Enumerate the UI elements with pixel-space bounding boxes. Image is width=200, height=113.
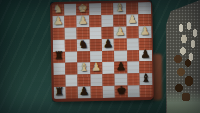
square-f6[interactable]: ♟ <box>114 26 127 38</box>
piece-light-P-d3[interactable]: ♟ <box>90 62 103 74</box>
square-e4[interactable] <box>102 50 115 62</box>
square-b8[interactable] <box>64 3 77 15</box>
piece-light-B-f8[interactable]: ♝ <box>113 2 126 14</box>
square-b1[interactable] <box>66 87 79 99</box>
square-b2[interactable] <box>65 75 78 87</box>
square-e3[interactable] <box>102 62 115 74</box>
piece-dark-P-c1[interactable]: ♟ <box>78 86 91 98</box>
square-c1[interactable]: ♟ <box>78 86 91 98</box>
piece-dark-B-h2[interactable]: ♝ <box>140 73 153 85</box>
square-a6[interactable] <box>52 27 65 39</box>
square-d2[interactable] <box>90 74 103 86</box>
piece-light-P-f6[interactable]: ♟ <box>114 26 127 38</box>
square-d7[interactable] <box>89 15 102 27</box>
square-d5[interactable] <box>89 39 102 51</box>
piece-light-P-g7[interactable]: ♟ <box>126 14 139 26</box>
piece-light-P-a7[interactable]: ♟ <box>52 15 65 27</box>
square-e1[interactable] <box>103 86 116 98</box>
square-f8[interactable]: ♝ <box>113 3 126 15</box>
square-e8[interactable] <box>101 3 114 15</box>
square-g2[interactable] <box>127 74 140 86</box>
square-g7[interactable]: ♟ <box>126 14 139 26</box>
piece-light-P-c7[interactable]: ♟ <box>77 15 90 27</box>
chess-board[interactable]: ♞♚♝♟♟♟♟♟♞♟♜♟♝♟♟♝♜♟♚ <box>50 0 154 102</box>
square-b6[interactable] <box>64 27 77 39</box>
square-c3[interactable]: ♝ <box>77 63 90 75</box>
piece-dark-R-a1[interactable]: ♜ <box>53 86 66 98</box>
piece-light-B-c3[interactable]: ♝ <box>77 62 90 74</box>
square-h6[interactable]: ♟ <box>139 26 152 38</box>
piece-dark-N-c5[interactable]: ♞ <box>77 38 90 50</box>
square-g6[interactable] <box>126 26 139 38</box>
square-f3[interactable]: ♟ <box>115 62 128 74</box>
square-h4[interactable]: ♟ <box>139 50 152 62</box>
square-d6[interactable] <box>89 27 102 39</box>
square-h1[interactable] <box>140 85 153 97</box>
photo-scene: ♞♚♝♟♟♟♟♟♞♟♜♟♝♟♟♝♜♟♚ <box>0 0 200 113</box>
square-h2[interactable]: ♝ <box>140 73 153 85</box>
captured-dark-pieces-pile <box>169 50 199 106</box>
square-g1[interactable] <box>127 85 140 97</box>
piece-dark-P-h4[interactable]: ♟ <box>139 49 152 61</box>
square-a7[interactable]: ♟ <box>52 16 65 28</box>
chess-board-grid[interactable]: ♞♚♝♟♟♟♟♟♞♟♜♟♝♟♟♝♜♟♚ <box>52 2 153 99</box>
square-a4[interactable]: ♜ <box>52 51 65 63</box>
square-g3[interactable] <box>127 62 140 74</box>
square-d1[interactable] <box>90 86 103 98</box>
square-h8[interactable] <box>138 2 151 14</box>
square-g5[interactable] <box>127 38 140 50</box>
square-d3[interactable]: ♟ <box>90 62 103 74</box>
square-a1[interactable]: ♜ <box>53 87 66 99</box>
square-c5[interactable]: ♞ <box>77 39 90 51</box>
square-f1[interactable]: ♚ <box>115 86 128 98</box>
piece-dark-R-a4[interactable]: ♜ <box>52 51 65 63</box>
square-g4[interactable] <box>127 50 140 62</box>
square-b4[interactable] <box>65 51 78 63</box>
piece-dark-P-f3[interactable]: ♟ <box>115 61 128 73</box>
piece-dark-P-e5[interactable]: ♟ <box>102 38 115 50</box>
square-e5[interactable]: ♟ <box>102 38 115 50</box>
square-c7[interactable]: ♟ <box>77 15 90 27</box>
piece-dark-K-f1[interactable]: ♚ <box>115 85 128 97</box>
square-e7[interactable] <box>101 15 114 27</box>
square-b3[interactable] <box>65 63 78 75</box>
piece-light-P-h6[interactable]: ♟ <box>139 25 152 37</box>
square-a3[interactable] <box>53 63 66 75</box>
square-d8[interactable] <box>89 3 102 15</box>
square-b7[interactable] <box>64 15 77 27</box>
square-b5[interactable] <box>65 39 78 51</box>
square-e2[interactable] <box>102 74 115 86</box>
square-f5[interactable] <box>114 38 127 50</box>
